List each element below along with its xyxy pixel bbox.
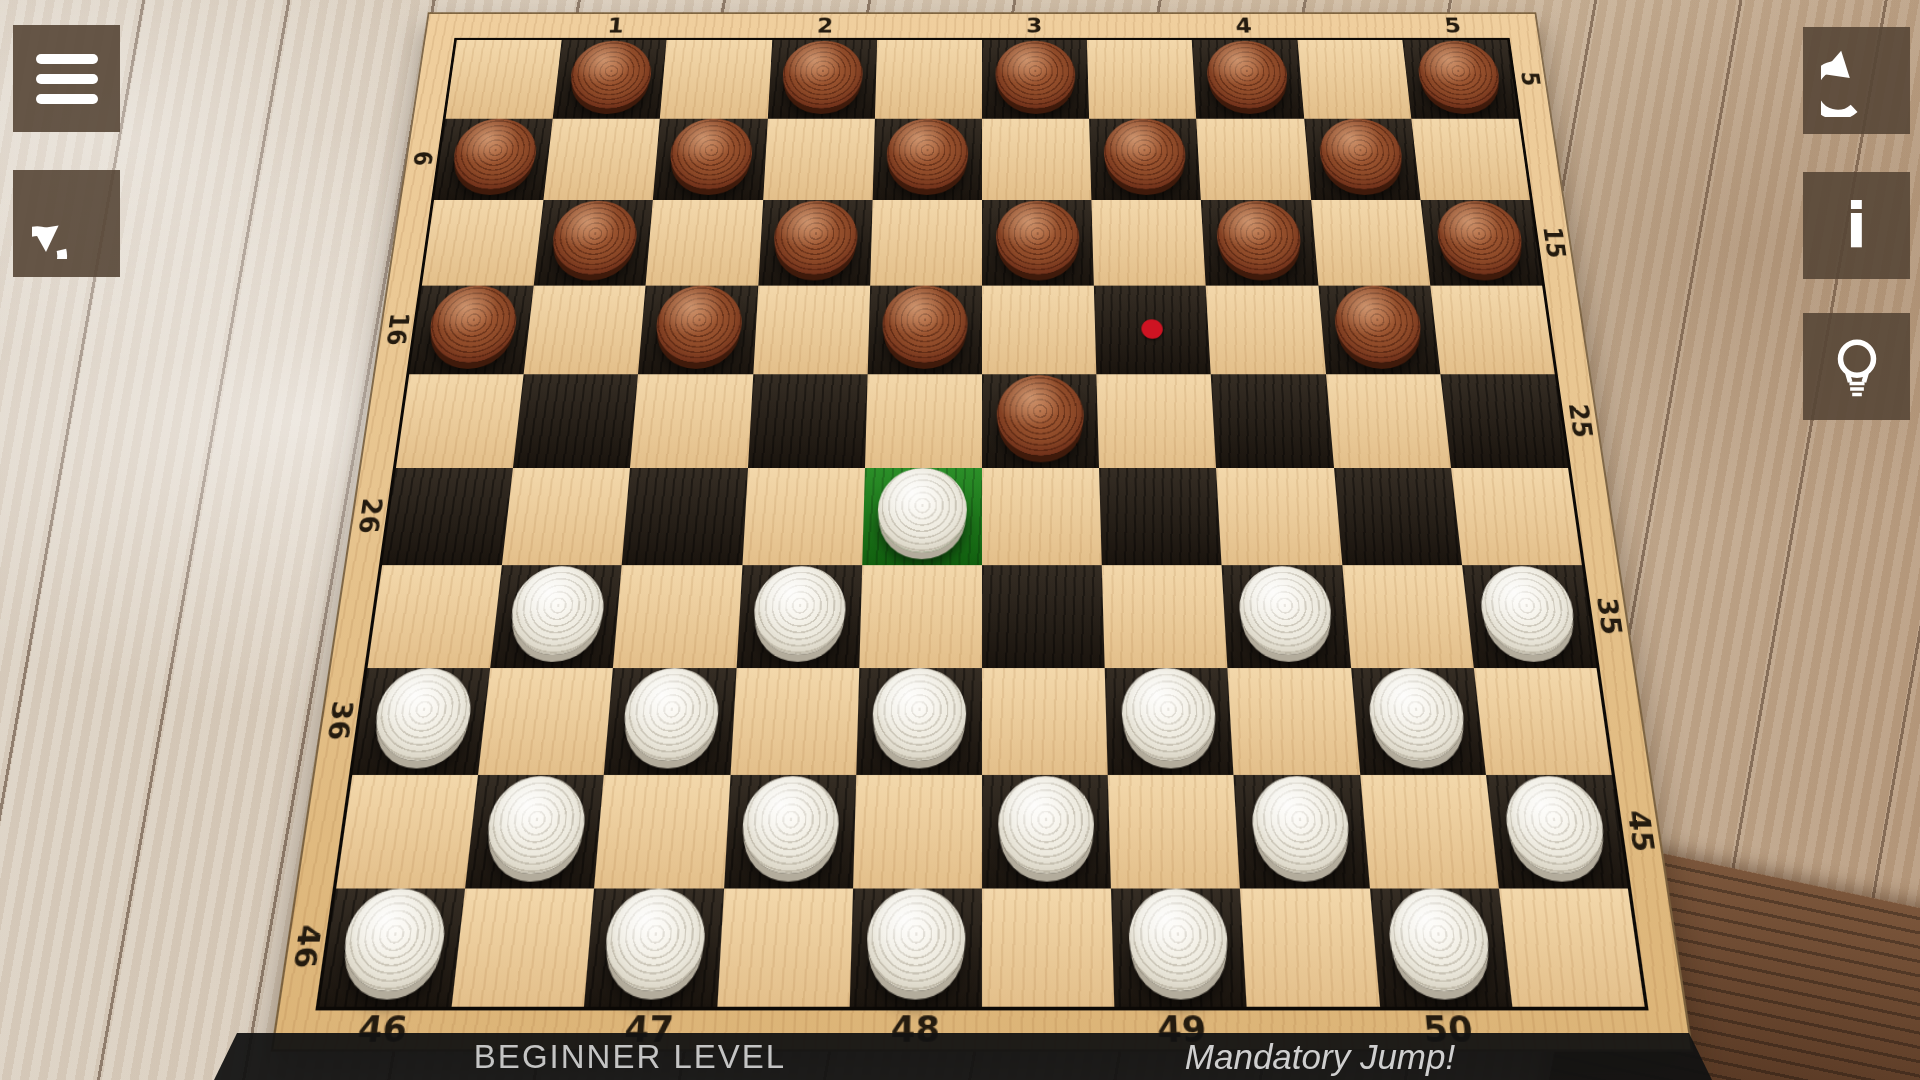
coordinate-label-16: 16	[380, 313, 415, 346]
brown-man-square-6[interactable]	[449, 119, 539, 190]
square-3[interactable]	[982, 40, 1089, 118]
light-square	[446, 40, 562, 118]
light-square	[1197, 118, 1311, 200]
square-30[interactable]	[1334, 468, 1462, 566]
square-24[interactable]	[1211, 374, 1334, 467]
light-square	[452, 888, 595, 1007]
menu-button[interactable]	[13, 25, 120, 132]
info-icon: i	[1846, 195, 1867, 257]
light-square	[742, 468, 865, 566]
info-button[interactable]: i	[1803, 172, 1910, 279]
square-2[interactable]	[767, 40, 876, 118]
coordinate-label-2: 2	[816, 15, 833, 37]
square-36[interactable]	[352, 668, 490, 775]
square-9[interactable]	[1089, 118, 1201, 200]
light-square	[717, 888, 853, 1007]
white-man-square-50[interactable]	[1386, 889, 1494, 992]
light-square	[595, 775, 731, 888]
brown-man-square-16[interactable]	[425, 286, 520, 363]
square-17[interactable]	[638, 285, 758, 374]
white-man-square-36[interactable]	[370, 668, 475, 761]
brown-man-square-14[interactable]	[1215, 201, 1303, 275]
white-man-square-32[interactable]	[752, 566, 847, 655]
light-square	[422, 200, 544, 285]
brown-man-square-17[interactable]	[654, 286, 744, 363]
brown-man-square-2[interactable]	[781, 41, 863, 109]
hamburger-icon	[36, 49, 98, 109]
light-square	[1411, 118, 1530, 200]
white-man-square-31[interactable]	[507, 566, 607, 655]
coordinate-label-46: 46	[286, 925, 327, 969]
board-grid	[315, 38, 1648, 1011]
light-square	[1206, 285, 1326, 374]
white-man-square-28[interactable]	[877, 468, 967, 552]
mandatory-jump-message: Mandatory Jump!	[1090, 1037, 1550, 1077]
square-40[interactable]	[1351, 668, 1486, 775]
square-10[interactable]	[1304, 118, 1421, 200]
white-man-square-48[interactable]	[866, 889, 966, 992]
square-47[interactable]	[584, 888, 723, 1007]
white-man-square-49[interactable]	[1127, 889, 1229, 992]
square-41[interactable]	[465, 775, 604, 888]
coordinate-label-15: 15	[1537, 226, 1571, 258]
square-48[interactable]	[849, 888, 982, 1007]
status-bar: BEGINNER LEVEL Mandatory Jump!	[0, 1033, 1920, 1080]
coordinate-label-5: 5	[1443, 15, 1462, 37]
white-man-square-35[interactable]	[1477, 566, 1579, 655]
light-square	[544, 118, 661, 200]
light-square	[982, 668, 1108, 775]
light-square	[396, 374, 524, 467]
light-square	[1108, 775, 1240, 888]
coordinate-label-45: 45	[1620, 810, 1660, 852]
coordinate-label-35: 35	[1590, 597, 1628, 635]
square-13[interactable]	[982, 200, 1094, 285]
light-square	[1499, 888, 1645, 1007]
square-5[interactable]	[1402, 40, 1518, 118]
light-square	[660, 40, 772, 118]
square-43[interactable]	[982, 775, 1111, 888]
brown-man-square-5[interactable]	[1415, 41, 1503, 109]
square-7[interactable]	[653, 118, 767, 200]
coordinate-label-1: 1	[607, 15, 625, 37]
square-20[interactable]	[1318, 285, 1440, 374]
square-23[interactable]	[982, 374, 1099, 467]
square-4[interactable]	[1192, 40, 1304, 118]
light-square	[1430, 285, 1555, 374]
coordinate-label-26: 26	[352, 498, 389, 534]
white-man-square-38[interactable]	[872, 668, 967, 761]
light-square	[1092, 200, 1206, 285]
brown-man-square-15[interactable]	[1434, 201, 1527, 275]
light-square	[502, 468, 630, 566]
white-man-square-42[interactable]	[741, 776, 841, 874]
brown-man-square-23[interactable]	[996, 375, 1084, 456]
light-square	[853, 775, 982, 888]
square-37[interactable]	[604, 668, 736, 775]
light-square	[1297, 40, 1411, 118]
light-square	[982, 285, 1097, 374]
brown-man-square-12[interactable]	[772, 201, 858, 275]
brown-man-square-11[interactable]	[549, 201, 639, 275]
square-6[interactable]	[434, 118, 553, 200]
square-8[interactable]	[872, 118, 982, 200]
light-square	[865, 374, 982, 467]
square-27[interactable]	[622, 468, 748, 566]
light-square	[1102, 565, 1228, 667]
square-18[interactable]	[867, 285, 982, 374]
white-man-square-47[interactable]	[602, 889, 707, 992]
light-square	[368, 565, 503, 667]
square-39[interactable]	[1105, 668, 1234, 775]
square-34[interactable]	[1222, 565, 1351, 667]
square-29[interactable]	[1099, 468, 1222, 566]
square-35[interactable]	[1462, 565, 1597, 667]
coordinate-label-5: 5	[1515, 72, 1545, 86]
white-man-square-41[interactable]	[483, 776, 588, 874]
square-16[interactable]	[409, 285, 534, 374]
square-11[interactable]	[534, 200, 653, 285]
white-man-square-34[interactable]	[1237, 566, 1334, 655]
brown-man-square-4[interactable]	[1205, 41, 1289, 109]
square-26[interactable]	[382, 468, 513, 566]
light-square	[1097, 374, 1217, 467]
restart-button[interactable]	[13, 170, 120, 277]
light-square	[336, 775, 478, 888]
light-square	[1342, 565, 1474, 667]
square-31[interactable]	[490, 565, 622, 667]
draughts-board: 123454647484950616263646515253545	[271, 12, 1694, 1051]
square-45[interactable]	[1486, 775, 1628, 888]
coordinate-label-4: 4	[1235, 15, 1253, 37]
square-15[interactable]	[1420, 200, 1542, 285]
undo-arrow-icon	[1821, 45, 1893, 117]
brown-man-square-18[interactable]	[882, 286, 968, 363]
red-move-marker	[1141, 320, 1163, 339]
light-square	[870, 200, 982, 285]
brown-man-square-13[interactable]	[996, 201, 1080, 275]
light-square	[524, 285, 646, 374]
square-42[interactable]	[724, 775, 856, 888]
white-man-square-44[interactable]	[1250, 776, 1353, 874]
brown-man-square-3[interactable]	[995, 41, 1076, 109]
square-21[interactable]	[513, 374, 638, 467]
light-square	[1311, 200, 1430, 285]
hint-button[interactable]	[1803, 313, 1910, 420]
light-square	[1326, 374, 1451, 467]
light-square	[1216, 468, 1342, 566]
level-label: BEGINNER LEVEL	[400, 1038, 860, 1076]
brown-man-square-9[interactable]	[1103, 119, 1187, 190]
light-square	[1087, 40, 1196, 118]
white-man-square-46[interactable]	[338, 889, 449, 992]
light-square	[875, 40, 982, 118]
light-square	[763, 118, 875, 200]
light-square	[982, 118, 1092, 200]
square-14[interactable]	[1201, 200, 1318, 285]
brown-man-square-8[interactable]	[886, 119, 968, 190]
light-square	[982, 888, 1115, 1007]
coordinate-label-3: 3	[1026, 15, 1042, 37]
light-square	[982, 468, 1102, 566]
white-man-square-37[interactable]	[621, 668, 721, 761]
brown-man-square-10[interactable]	[1317, 119, 1405, 190]
square-12[interactable]	[758, 200, 872, 285]
square-1[interactable]	[553, 40, 667, 118]
brown-man-square-20[interactable]	[1332, 286, 1425, 363]
lightbulb-icon	[1824, 334, 1890, 400]
light-square	[613, 565, 742, 667]
light-square	[1451, 468, 1582, 566]
brown-man-square-1[interactable]	[567, 41, 653, 109]
white-man-square-40[interactable]	[1366, 668, 1469, 761]
coordinate-label-25: 25	[1562, 403, 1598, 438]
white-man-square-45[interactable]	[1502, 776, 1610, 874]
light-square	[753, 285, 870, 374]
square-19[interactable]	[1094, 285, 1211, 374]
square-38[interactable]	[856, 668, 982, 775]
square-44[interactable]	[1234, 775, 1370, 888]
coordinate-label-36: 36	[320, 701, 359, 741]
light-square	[730, 668, 859, 775]
brown-man-square-7[interactable]	[668, 119, 754, 190]
square-25[interactable]	[1440, 374, 1568, 467]
light-square	[1360, 775, 1499, 888]
square-28[interactable]	[862, 468, 982, 566]
light-square	[630, 374, 753, 467]
light-square	[478, 668, 613, 775]
square-33[interactable]	[982, 565, 1105, 667]
light-square	[1474, 668, 1612, 775]
white-man-square-39[interactable]	[1120, 668, 1217, 761]
light-square	[859, 565, 982, 667]
undo-button[interactable]	[1803, 27, 1910, 134]
square-49[interactable]	[1111, 888, 1247, 1007]
square-50[interactable]	[1369, 888, 1512, 1007]
light-square	[1228, 668, 1360, 775]
square-22[interactable]	[748, 374, 868, 467]
restart-arrow-icon	[32, 189, 102, 259]
square-46[interactable]	[319, 888, 465, 1007]
light-square	[646, 200, 763, 285]
light-square	[1240, 888, 1379, 1007]
coordinate-label-6: 6	[407, 151, 438, 166]
white-man-square-43[interactable]	[998, 776, 1095, 874]
square-32[interactable]	[736, 565, 862, 667]
